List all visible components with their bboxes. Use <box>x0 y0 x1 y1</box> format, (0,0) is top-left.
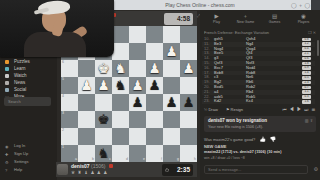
square-d8[interactable] <box>112 26 129 43</box>
help-icon: ? <box>5 167 7 174</box>
square-e6[interactable] <box>129 60 146 77</box>
browser-icons[interactable]: ◯ ＋ ◯ <box>291 0 310 10</box>
news-icon <box>5 81 9 85</box>
plus-icon: ＋ <box>231 12 260 20</box>
play-icon: ▶ <box>202 12 231 20</box>
signup-icon: ✚ <box>5 151 8 158</box>
watch-icon <box>5 74 9 78</box>
square-d6[interactable]: ♞ <box>112 60 129 77</box>
sidebar-footer-label: Help <box>14 167 22 172</box>
square-g8[interactable] <box>163 26 180 43</box>
square-a5[interactable]: 5 <box>61 77 78 94</box>
tab-label: Players <box>289 20 318 24</box>
move-row: 23.Kd2Kc41.6 <box>202 99 315 104</box>
square-c5[interactable]: ♟ <box>95 77 112 94</box>
black-move[interactable]: Kc4 <box>246 99 253 104</box>
square-e4[interactable]: ♟ <box>129 94 146 111</box>
file-label: f <box>161 158 162 162</box>
tab-new-game[interactable]: ＋ New Game <box>231 12 260 28</box>
game-controls: ½ Draw ⚑ Resign ⏮ ◀ ▶ ⏭ ☰ <box>204 106 316 114</box>
piece-white-pawn[interactable]: ♟ <box>180 60 197 77</box>
next-move-button[interactable]: ▶ <box>297 107 302 112</box>
square-f4[interactable] <box>146 94 163 111</box>
piece-black-pawn[interactable]: ♟ <box>163 94 180 111</box>
thumbs-down-icon[interactable]: 👎 <box>270 136 276 142</box>
sidebar-item-label: News <box>14 80 25 85</box>
rank-label: 5 <box>62 78 64 82</box>
player-username: denis07 <box>71 163 90 169</box>
square-h2[interactable] <box>180 128 197 145</box>
resign-button[interactable]: ⚑ Resign <box>226 107 243 112</box>
move-nav: ⏮ ◀ ▶ ⏭ ☰ <box>282 106 316 114</box>
game-panel: ▶ Play ＋ New Game ▤ Games ◉ Players Fren… <box>200 10 320 180</box>
gear-icon: ⚙ <box>5 159 9 166</box>
square-c3[interactable]: ♚ <box>95 111 112 128</box>
sidebar-item-label: Social <box>14 87 26 92</box>
piece-black-knight[interactable]: ♞ <box>95 145 112 162</box>
social-icon <box>5 88 9 92</box>
square-g6[interactable] <box>163 60 180 77</box>
sidebar-item-label: Watch <box>14 73 27 78</box>
square-d7[interactable] <box>112 43 129 60</box>
square-e2[interactable] <box>129 128 146 145</box>
square-h6[interactable]: ♟ <box>180 60 197 77</box>
sidebar-item-label: Learn <box>14 66 26 71</box>
sidebar-footer-label: Settings <box>14 159 28 164</box>
sidebar-login[interactable]: ◉ Log In <box>0 142 57 149</box>
first-move-button[interactable]: ⏮ <box>282 107 287 112</box>
tab-label: New Game <box>231 20 260 24</box>
chat-settings-gear-icon[interactable]: ⚙ <box>314 166 318 172</box>
sidebar-footer-label: Log In <box>14 143 25 148</box>
square-f7[interactable] <box>146 43 163 60</box>
square-e7[interactable] <box>129 43 146 60</box>
move-list-scrollbar[interactable] <box>317 40 319 56</box>
sidebar-footer-label: Sign Up <box>14 151 28 156</box>
clock-icon: ⏱ <box>165 164 169 176</box>
rank-label: 1 <box>62 146 64 150</box>
square-a3[interactable]: 3 <box>61 111 78 128</box>
square-b2[interactable] <box>78 128 95 145</box>
file-label: g <box>177 158 179 162</box>
white-move[interactable]: Kd2 <box>214 99 221 104</box>
square-b3[interactable] <box>78 111 95 128</box>
square-h7[interactable] <box>180 43 197 60</box>
game-result: denis07 won by resignation <box>208 118 267 123</box>
piece-white-pawn[interactable]: ♟ <box>129 77 146 94</box>
games-icon: ▤ <box>260 12 289 20</box>
sidebar-help[interactable]: ? Help <box>0 166 57 173</box>
piece-black-pawn[interactable]: ♟ <box>180 94 197 111</box>
browser-menu-icon[interactable] <box>311 0 320 10</box>
sidebar-item-puzzles[interactable]: Puzzles <box>0 58 57 65</box>
file-label: e <box>143 158 145 162</box>
learn-icon <box>5 67 9 71</box>
move-number: 23. <box>204 99 210 104</box>
square-c2[interactable] <box>95 128 112 145</box>
square-a6[interactable]: 6 <box>61 60 78 77</box>
address-bar[interactable]: Play Chess Online - chess.com <box>120 0 280 10</box>
last-move-button[interactable]: ⏭ <box>304 107 309 112</box>
piece-black-king[interactable]: ♚ <box>95 111 112 128</box>
square-e8[interactable] <box>129 26 146 43</box>
piece-black-pawn[interactable]: ♟ <box>146 77 163 94</box>
tab-label: Games <box>260 20 289 24</box>
game-over-card: denis07 won by resignation Your new Elo … <box>204 116 316 132</box>
square-e5[interactable]: ♟ <box>129 77 146 94</box>
square-f6[interactable]: ♟ <box>146 60 163 77</box>
player-avatar[interactable] <box>57 164 68 175</box>
tab-play[interactable]: ▶ Play <box>202 12 231 28</box>
square-g3[interactable] <box>163 111 180 128</box>
rank-label: 2 <box>62 129 64 133</box>
new-game-stakes: win +8 / draw +0 / loss −8 <box>204 156 316 162</box>
square-d4[interactable] <box>112 94 129 111</box>
sidebar-item-social[interactable]: Social <box>0 86 57 93</box>
piece-white-pawn[interactable]: ♟ <box>163 43 180 60</box>
square-h3[interactable] <box>180 111 197 128</box>
square-g2[interactable] <box>163 128 180 145</box>
tab-games[interactable]: ▤ Games <box>260 12 289 28</box>
square-a4[interactable]: 4 <box>61 94 78 111</box>
square-c4[interactable] <box>95 94 112 111</box>
new-rating: Your new Elo rating is 1506 (+8). <box>208 125 263 129</box>
piece-white-knight[interactable]: ♞ <box>112 60 129 77</box>
file-label: b <box>92 158 94 162</box>
square-d5[interactable]: ♞ <box>112 77 129 94</box>
square-e3[interactable] <box>129 111 146 128</box>
square-b6[interactable] <box>78 60 95 77</box>
piece-white-king[interactable]: ♚ <box>95 60 112 77</box>
square-g5[interactable] <box>163 77 180 94</box>
square-c1[interactable]: c♞ <box>95 145 112 162</box>
player-captured-pieces: ♛ ♜ ♝ ♟ ♟ ♟ <box>71 170 108 175</box>
player-clock: ⏱ 2:35 <box>162 164 193 176</box>
square-d1[interactable]: d <box>112 145 129 162</box>
square-c6[interactable]: ♚ <box>95 60 112 77</box>
search-input[interactable]: Search <box>4 97 51 106</box>
sidebar-settings[interactable]: ⚙ Settings <box>0 158 57 165</box>
sidebar-item-label: Puzzles <box>14 59 30 64</box>
player-rating: (1506) <box>91 163 105 169</box>
rank-label: 6 <box>62 61 64 65</box>
chat-input[interactable]: Send a message... <box>204 165 308 174</box>
options-menu-icon[interactable]: ☰ <box>312 107 316 112</box>
square-b4[interactable] <box>78 94 95 111</box>
feedback-question: Was maxim22's game good? <box>204 137 255 142</box>
square-e1[interactable]: e <box>129 145 146 162</box>
move-list[interactable]: 10.gxh5Qxh40.811.Be3Ng41.212.Nxg4Qxg40.4… <box>202 37 315 104</box>
thumbs-up-icon[interactable]: 👍 <box>259 136 265 142</box>
opening-name[interactable]: French Defense: Exchange Variation <box>204 30 304 35</box>
move-time-chip: 1.6 <box>302 100 311 104</box>
feedback-row: Was maxim22's game good? 👍 👎 <box>204 136 276 142</box>
square-f3[interactable] <box>146 111 163 128</box>
square-f1[interactable]: f <box>146 145 163 162</box>
sidebar-item-news[interactable]: News <box>0 79 57 86</box>
tab-players[interactable]: ◉ Players <box>289 12 318 28</box>
file-label: d <box>126 158 128 162</box>
puzzles-icon <box>5 60 9 64</box>
piece-white-pawn[interactable]: ♟ <box>95 77 112 94</box>
square-h1[interactable]: h <box>180 145 197 162</box>
player-flag-badge <box>109 164 113 168</box>
square-f2[interactable] <box>146 128 163 145</box>
square-a1[interactable]: 1a <box>61 145 78 162</box>
prev-move-button[interactable]: ◀ <box>290 107 295 112</box>
sidebar-signup[interactable]: ✚ Sign Up <box>0 150 57 157</box>
players-icon: ◉ <box>289 12 318 20</box>
piece-white-pawn[interactable]: ♟ <box>146 60 163 77</box>
square-d2[interactable] <box>112 128 129 145</box>
square-f5[interactable]: ♟ <box>146 77 163 94</box>
webcam-torso <box>24 32 86 57</box>
square-h8[interactable] <box>180 26 197 43</box>
opponent-clock: 4:58 <box>164 13 193 25</box>
piece-black-pawn[interactable]: ♟ <box>129 94 146 111</box>
new-game-block: NEW GAME maxim22 (1712) vs. denis07 (150… <box>204 144 316 161</box>
square-b1[interactable]: b <box>78 145 95 162</box>
square-g4[interactable]: ♟ <box>163 94 180 111</box>
square-h4[interactable]: ♟ <box>180 94 197 111</box>
piece-black-knight[interactable]: ♞ <box>112 77 129 94</box>
draw-button[interactable]: ½ Draw <box>204 107 218 112</box>
square-h5[interactable] <box>180 77 197 94</box>
sidebar-item-watch[interactable]: Watch <box>0 72 57 79</box>
sidebar-item-learn[interactable]: Learn <box>0 65 57 72</box>
opening-book-icon[interactable]: ❐ ✕ <box>308 30 316 35</box>
player-bar: denis07 (1506) ♛ ♜ ♝ ♟ ♟ ♟ ⏱ 2:35 <box>56 162 197 177</box>
move-time-chip: 2.3 <box>302 81 311 85</box>
square-g7[interactable]: ♟ <box>163 43 180 60</box>
square-d3[interactable] <box>112 111 129 128</box>
file-label: a <box>75 158 77 162</box>
panel-tabs: ▶ Play ＋ New Game ▤ Games ◉ Players <box>202 12 318 28</box>
rank-label: 3 <box>62 112 64 116</box>
file-label: h <box>194 158 196 162</box>
chess-site-screenshot: Play Chess Online - chess.com ◯ ＋ ◯ Puzz… <box>0 0 320 180</box>
tab-label: Play <box>202 20 231 24</box>
analysis-share-icons[interactable]: ▥ ⇪ <box>305 118 313 123</box>
player-name[interactable]: denis07 (1506) <box>71 163 113 169</box>
piece-white-pawn[interactable]: ♟ <box>78 77 95 94</box>
rank-label: 4 <box>62 95 64 99</box>
square-b5[interactable]: ♟ <box>78 77 95 94</box>
webcam-overlay <box>0 0 114 57</box>
square-g1[interactable]: g <box>163 145 180 162</box>
player-clock-time: 2:35 <box>177 166 190 173</box>
square-f8[interactable] <box>146 26 163 43</box>
move-time-chip: 0.6 <box>302 57 311 61</box>
login-icon: ◉ <box>5 143 9 150</box>
square-a2[interactable]: 2 <box>61 128 78 145</box>
